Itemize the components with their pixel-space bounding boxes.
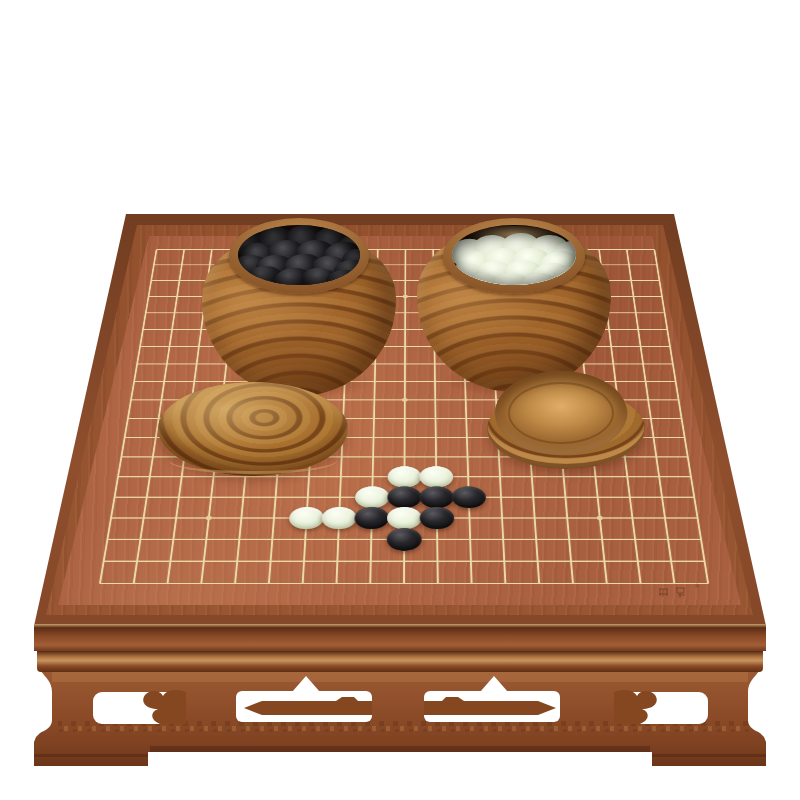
- black-stone-bowl: [202, 218, 396, 398]
- stone-M5: [452, 486, 487, 508]
- maker-stamp: ®: [656, 585, 698, 599]
- stone-K4: [387, 507, 422, 529]
- left-bowl-lid: [158, 382, 348, 476]
- stone-L4: [420, 507, 455, 529]
- stone-K3: [387, 528, 422, 551]
- white-stones-heap: [452, 225, 576, 285]
- stone-L6: [419, 466, 453, 487]
- stone-L5: [420, 486, 454, 508]
- stone-J4: [354, 507, 389, 529]
- black-bowl-opening: [229, 218, 369, 294]
- cavity-shading: [452, 225, 576, 285]
- cavity-shading: [238, 225, 360, 285]
- tabletop-front-edge: [34, 624, 766, 651]
- stone-K5: [387, 486, 421, 508]
- black-stones-heap: [238, 225, 360, 285]
- table-base: [0, 670, 800, 780]
- stone-G4: [289, 507, 325, 529]
- go-table-product-photo: ®: [0, 0, 800, 800]
- stone-J5: [355, 486, 389, 508]
- stone-H4: [321, 507, 356, 529]
- right-lid-stack: [487, 369, 645, 469]
- registered-symbol: ®: [694, 582, 700, 589]
- right-lid-top-concave: [495, 371, 627, 455]
- white-bowl-opening: [443, 218, 585, 294]
- stone-K6: [388, 466, 422, 487]
- tabletop-molding: [37, 651, 763, 672]
